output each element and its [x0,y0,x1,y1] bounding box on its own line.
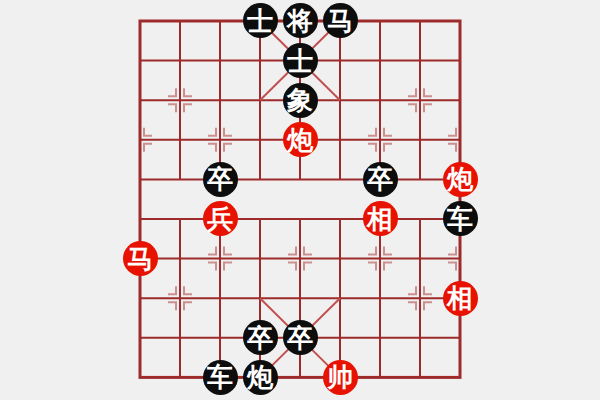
point-f5-r3[interactable]: 象 [280,80,320,120]
point-f2-r3[interactable] [160,80,200,120]
piece-red-cannon-1[interactable]: 炮 [283,122,318,157]
point-f3-r2[interactable] [200,41,240,81]
point-f9-r9[interactable] [440,318,480,358]
point-f9-r4[interactable] [440,120,480,160]
point-f8-r3[interactable] [400,80,440,120]
point-f2-r8[interactable] [160,278,200,318]
point-f8-r1[interactable] [400,1,440,41]
point-f5-r10[interactable] [280,358,320,398]
point-f8-r10[interactable] [400,358,440,398]
point-f4-r2[interactable] [240,41,280,81]
point-f8-r5[interactable] [400,160,440,200]
point-f5-r8[interactable] [280,278,320,318]
point-f6-r6[interactable] [320,199,360,239]
point-f2-r9[interactable] [160,318,200,358]
point-f1-r1[interactable] [120,1,160,41]
xiangqi-board: 士将马士象炮卒卒炮兵相车马相卒卒车炮帅 [0,0,600,400]
point-f9-r10[interactable] [440,358,480,398]
point-f8-r7[interactable] [400,239,440,279]
point-f7-r7[interactable] [360,239,400,279]
point-f2-r1[interactable] [160,1,200,41]
point-f7-r8[interactable] [360,278,400,318]
point-f8-r6[interactable] [400,199,440,239]
point-f9-r3[interactable] [440,80,480,120]
piece-red-general[interactable]: 帅 [323,360,358,395]
point-f4-r10[interactable]: 炮 [240,358,280,398]
point-f7-r1[interactable] [360,1,400,41]
point-f4-r7[interactable] [240,239,280,279]
point-f6-r3[interactable] [320,80,360,120]
point-f2-r6[interactable] [160,199,200,239]
point-f2-r5[interactable] [160,160,200,200]
piece-black-soldier-2[interactable]: 卒 [363,162,398,197]
piece-black-chariot-2[interactable]: 车 [203,360,238,395]
point-f6-r4[interactable] [320,120,360,160]
point-f4-r4[interactable] [240,120,280,160]
board-grid: 士将马士象炮卒卒炮兵相车马相卒卒车炮帅 [120,1,480,397]
point-f8-r8[interactable] [400,278,440,318]
point-f1-r7[interactable]: 马 [120,239,160,279]
point-f3-r6[interactable]: 兵 [200,199,240,239]
piece-red-soldier[interactable]: 兵 [203,201,238,236]
point-f6-r9[interactable] [320,318,360,358]
point-f6-r5[interactable] [320,160,360,200]
point-f3-r8[interactable] [200,278,240,318]
point-f1-r10[interactable] [120,358,160,398]
point-f1-r2[interactable] [120,41,160,81]
point-f7-r3[interactable] [360,80,400,120]
point-f7-r2[interactable] [360,41,400,81]
piece-black-chariot-1[interactable]: 车 [443,201,478,236]
point-f8-r4[interactable] [400,120,440,160]
point-f5-r9[interactable]: 卒 [280,318,320,358]
point-f9-r2[interactable] [440,41,480,81]
point-f6-r2[interactable] [320,41,360,81]
point-f5-r4[interactable]: 炮 [280,120,320,160]
point-f6-r7[interactable] [320,239,360,279]
point-f7-r6[interactable]: 相 [360,199,400,239]
piece-black-soldier-3[interactable]: 卒 [243,320,278,355]
point-f2-r7[interactable] [160,239,200,279]
point-f1-r6[interactable] [120,199,160,239]
piece-red-cannon-2[interactable]: 炮 [443,162,478,197]
point-f3-r4[interactable] [200,120,240,160]
piece-red-horse[interactable]: 马 [123,241,158,276]
point-f5-r6[interactable] [280,199,320,239]
point-f7-r10[interactable] [360,358,400,398]
point-f1-r3[interactable] [120,80,160,120]
point-f5-r7[interactable] [280,239,320,279]
piece-red-elephant-1[interactable]: 相 [363,201,398,236]
point-f8-r2[interactable] [400,41,440,81]
point-f3-r1[interactable] [200,1,240,41]
point-f5-r1[interactable]: 将 [280,1,320,41]
point-f3-r7[interactable] [200,239,240,279]
point-f4-r8[interactable] [240,278,280,318]
point-f8-r9[interactable] [400,318,440,358]
point-f1-r9[interactable] [120,318,160,358]
point-f5-r2[interactable]: 士 [280,41,320,81]
piece-black-horse[interactable]: 马 [323,3,358,38]
point-f9-r5[interactable]: 炮 [440,160,480,200]
point-f4-r5[interactable] [240,160,280,200]
point-f5-r5[interactable] [280,160,320,200]
point-f9-r7[interactable] [440,239,480,279]
point-f6-r8[interactable] [320,278,360,318]
piece-black-advisor-2[interactable]: 士 [283,43,318,78]
point-f2-r2[interactable] [160,41,200,81]
point-f2-r10[interactable] [160,358,200,398]
point-f4-r6[interactable] [240,199,280,239]
point-f3-r10[interactable]: 车 [200,358,240,398]
point-f6-r1[interactable]: 马 [320,1,360,41]
point-f1-r5[interactable] [120,160,160,200]
point-f1-r4[interactable] [120,120,160,160]
point-f3-r9[interactable] [200,318,240,358]
point-f3-r3[interactable] [200,80,240,120]
point-f2-r4[interactable] [160,120,200,160]
piece-black-advisor-1[interactable]: 士 [243,3,278,38]
piece-black-soldier-1[interactable]: 卒 [203,162,238,197]
piece-black-general[interactable]: 将 [283,3,318,38]
point-f1-r8[interactable] [120,278,160,318]
point-f7-r4[interactable] [360,120,400,160]
point-f9-r1[interactable] [440,1,480,41]
piece-black-elephant[interactable]: 象 [283,83,318,118]
point-f9-r6[interactable]: 车 [440,199,480,239]
point-f9-r8[interactable]: 相 [440,278,480,318]
piece-red-elephant-2[interactable]: 相 [443,281,478,316]
point-f4-r1[interactable]: 士 [240,1,280,41]
point-f4-r9[interactable]: 卒 [240,318,280,358]
point-f3-r5[interactable]: 卒 [200,160,240,200]
piece-black-cannon[interactable]: 炮 [243,360,278,395]
point-f7-r9[interactable] [360,318,400,358]
point-f4-r3[interactable] [240,80,280,120]
piece-black-soldier-4[interactable]: 卒 [283,320,318,355]
point-f7-r5[interactable]: 卒 [360,160,400,200]
point-f6-r10[interactable]: 帅 [320,358,360,398]
